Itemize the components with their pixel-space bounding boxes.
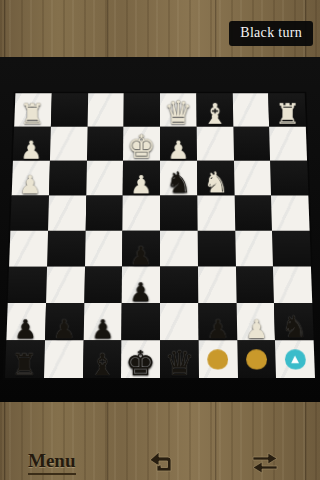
piece-bP-e6[interactable]: ♟	[122, 279, 160, 305]
piece-bB-f8[interactable]: ♝	[82, 350, 121, 380]
square[interactable]	[273, 267, 312, 303]
square[interactable]: ♚	[121, 340, 160, 378]
square[interactable]	[123, 195, 160, 230]
square[interactable]	[160, 267, 198, 303]
square[interactable]	[160, 303, 198, 340]
square[interactable]: ♟	[122, 267, 160, 303]
square[interactable]: ▲	[275, 340, 315, 378]
square[interactable]	[234, 195, 272, 230]
square[interactable]: ♝	[196, 93, 233, 126]
piece-wK-e2[interactable]: ♚	[123, 130, 160, 163]
square[interactable]	[197, 195, 235, 230]
piece-bN-a7[interactable]: ♞	[275, 312, 314, 342]
square[interactable]	[271, 195, 309, 230]
square[interactable]: ♜	[268, 93, 305, 126]
square[interactable]	[269, 127, 307, 161]
square[interactable]: ♜	[5, 340, 45, 378]
square[interactable]: ♟	[236, 303, 275, 340]
square[interactable]	[270, 161, 308, 196]
square[interactable]: ♟	[13, 127, 51, 161]
square[interactable]	[48, 195, 86, 230]
square[interactable]: ♛	[160, 340, 199, 378]
board-grid: ♜♛♝♜♟♚♟♟♟♞♞♟♟♟♟♟♟♟♞♜♝♚♛▲	[5, 93, 315, 378]
square[interactable]: ♟	[45, 303, 84, 340]
square[interactable]	[86, 127, 123, 161]
square[interactable]	[46, 267, 85, 303]
piece-wN-c3[interactable]: ♞	[197, 168, 234, 197]
piece-wP-h2[interactable]: ♟	[13, 138, 50, 163]
square[interactable]	[87, 93, 124, 126]
turn-status-badge: Black turn	[229, 21, 313, 46]
square[interactable]	[160, 195, 197, 230]
piece-wP-h3[interactable]: ♟	[11, 172, 48, 197]
square[interactable]	[235, 231, 273, 267]
chess-board: ♜♛♝♜♟♚♟♟♟♞♞♟♟♟♟♟♟♟♞♜♝♚♛▲	[5, 66, 315, 378]
square[interactable]	[235, 267, 274, 303]
piece-wR-a1[interactable]: ♜	[269, 100, 306, 129]
piece-bP-c7[interactable]: ♟	[198, 316, 236, 342]
square[interactable]: ♞	[160, 161, 197, 196]
piece-wP-e3[interactable]: ♟	[123, 172, 160, 197]
square[interactable]: ♟	[123, 161, 160, 196]
square[interactable]	[51, 93, 88, 126]
piece-wR-h1[interactable]: ♜	[14, 100, 51, 129]
square[interactable]: ♟	[12, 161, 50, 196]
square[interactable]	[197, 231, 235, 267]
square[interactable]	[272, 231, 311, 267]
piece-wQ-d1[interactable]: ♛	[160, 96, 197, 128]
square[interactable]	[49, 161, 87, 196]
square[interactable]	[9, 231, 48, 267]
square[interactable]	[8, 267, 47, 303]
square[interactable]: ♚	[123, 127, 160, 161]
gold-dot[interactable]	[207, 349, 228, 369]
square[interactable]: ♟	[160, 127, 197, 161]
piece-wP-d2[interactable]: ♟	[160, 138, 197, 163]
square[interactable]: ♝	[83, 340, 122, 378]
square[interactable]: ♛	[160, 93, 196, 126]
square[interactable]	[198, 340, 237, 378]
square[interactable]: ♞	[274, 303, 313, 340]
square[interactable]: ♟	[83, 303, 122, 340]
square[interactable]	[85, 195, 123, 230]
piece-bP-f7[interactable]: ♟	[83, 316, 121, 342]
square[interactable]	[232, 93, 269, 126]
square[interactable]	[233, 127, 270, 161]
square[interactable]	[86, 161, 123, 196]
teal-arrow-button[interactable]: ▲	[284, 349, 306, 369]
piece-bR-h8[interactable]: ♜	[5, 350, 44, 380]
piece-wP-b7[interactable]: ♟	[237, 316, 276, 342]
piece-bP-e5[interactable]: ♟	[122, 243, 160, 268]
square[interactable]: ♞	[197, 161, 234, 196]
square[interactable]	[47, 231, 85, 267]
flip-swap-icon[interactable]	[250, 450, 280, 476]
piece-wB-c1[interactable]: ♝	[196, 100, 233, 129]
square[interactable]	[196, 127, 233, 161]
square[interactable]	[10, 195, 48, 230]
gold-dot[interactable]	[246, 349, 267, 369]
piece-bN-d3[interactable]: ♞	[160, 168, 197, 197]
piece-bP-h7[interactable]: ♟	[6, 316, 45, 342]
square[interactable]	[237, 340, 276, 378]
square[interactable]	[44, 340, 83, 378]
square[interactable]	[160, 231, 198, 267]
square[interactable]: ♟	[122, 231, 160, 267]
square[interactable]	[85, 231, 123, 267]
piece-bQ-d8[interactable]: ♛	[160, 346, 199, 380]
menu-button[interactable]: Menu	[28, 450, 76, 475]
square[interactable]: ♜	[14, 93, 51, 126]
square[interactable]	[198, 267, 236, 303]
square[interactable]	[84, 267, 122, 303]
square[interactable]	[234, 161, 272, 196]
square[interactable]: ♟	[6, 303, 45, 340]
piece-bP-g7[interactable]: ♟	[45, 316, 84, 342]
undo-icon[interactable]	[146, 450, 176, 476]
piece-bK-e8[interactable]: ♚	[121, 346, 160, 380]
square[interactable]: ♟	[198, 303, 237, 340]
square[interactable]	[50, 127, 87, 161]
square[interactable]	[122, 303, 160, 340]
square[interactable]	[124, 93, 160, 126]
